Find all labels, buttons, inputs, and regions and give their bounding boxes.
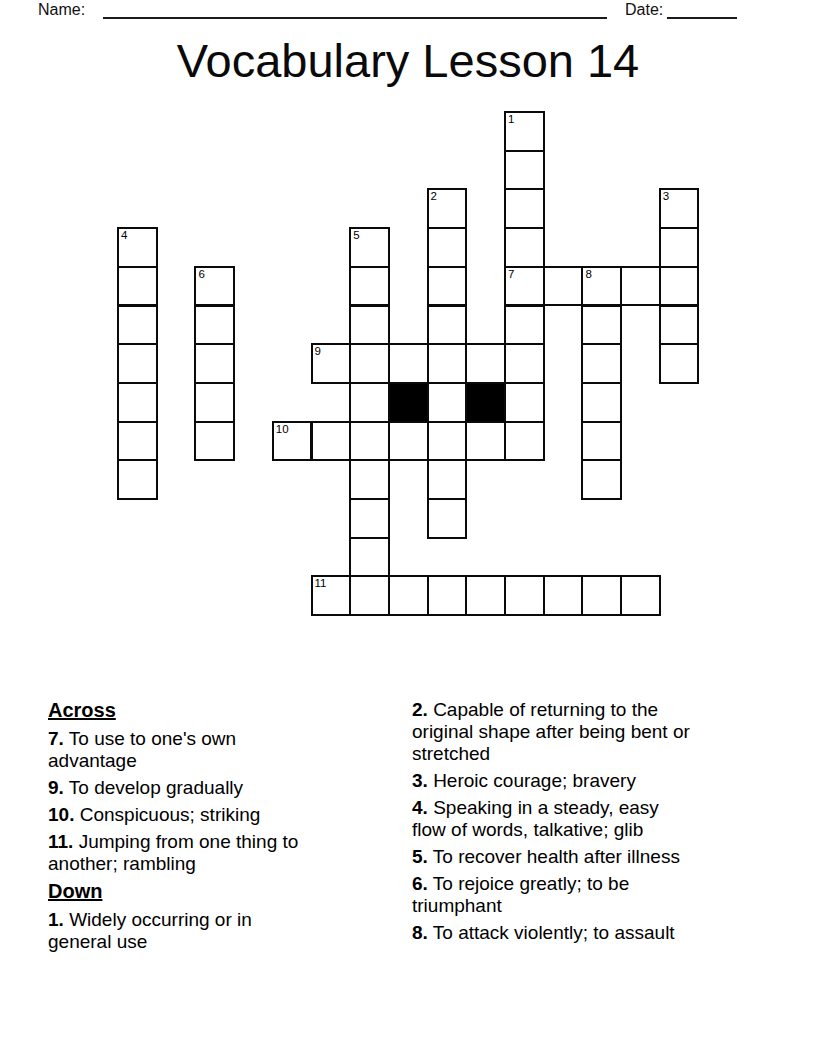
clue-text: Widely occurring or in general use <box>48 909 252 952</box>
cell-r9c0[interactable] <box>117 459 158 500</box>
cell-r6c2[interactable] <box>194 343 235 384</box>
clue-text: Jumping from one thing to another; rambl… <box>48 831 298 874</box>
cell-r6c0[interactable] <box>117 343 158 384</box>
grid-number-5: 5 <box>353 229 359 242</box>
grid-number-11: 11 <box>315 577 327 590</box>
cell-r2c14[interactable]: 3 <box>659 188 700 229</box>
down-clue-list-right: 2. Capable of returning to the original … <box>412 699 772 944</box>
clue-text: Conspicuous; striking <box>80 804 261 825</box>
cell-r12c13[interactable] <box>620 575 661 616</box>
cell-r10c6[interactable] <box>349 498 390 539</box>
cell-r5c10[interactable] <box>504 305 545 346</box>
grid-number-1: 1 <box>508 113 514 126</box>
clue-number: 8. <box>412 922 428 943</box>
clue-across-10: 10. Conspicuous; striking <box>48 804 348 826</box>
grid-number-4: 4 <box>121 229 127 242</box>
clue-down-8: 8. To attack violently; to assault <box>412 922 772 944</box>
cell-r8c9[interactable] <box>465 421 506 462</box>
clue-text: Capable of returning to the original sha… <box>412 699 690 764</box>
cell-r2c8[interactable]: 2 <box>427 188 468 229</box>
cell-r5c8[interactable] <box>427 305 468 346</box>
down-clue-list-left: 1. Widely occurring or in general use <box>48 909 348 953</box>
clue-text: To develop gradually <box>69 777 243 798</box>
cell-r8c5[interactable] <box>311 421 352 462</box>
clue-text: Speaking in a steady, easy flow of words… <box>412 797 659 840</box>
down-heading: Down <box>48 880 348 902</box>
cell-r4c12[interactable]: 8 <box>581 266 622 307</box>
cell-r6c5[interactable]: 9 <box>311 343 352 384</box>
cell-r5c14[interactable] <box>659 305 700 346</box>
cell-r5c0[interactable] <box>117 305 158 346</box>
clue-number: 1. <box>48 909 64 930</box>
cell-r12c8[interactable] <box>427 575 468 616</box>
cell-r4c6[interactable] <box>349 266 390 307</box>
clue-number: 3. <box>412 770 428 791</box>
clue-number: 7. <box>48 728 64 749</box>
clue-number: 4. <box>412 797 428 818</box>
cell-r4c14[interactable] <box>659 266 700 307</box>
date-label: Date: <box>625 1 663 19</box>
clue-number: 9. <box>48 777 64 798</box>
cell-r8c7[interactable] <box>388 421 429 462</box>
cell-r4c10[interactable]: 7 <box>504 266 545 307</box>
cell-r12c5[interactable]: 11 <box>311 575 352 616</box>
cell-r5c2[interactable] <box>194 305 235 346</box>
cell-r4c2[interactable]: 6 <box>194 266 235 307</box>
cell-r12c7[interactable] <box>388 575 429 616</box>
cell-r0c10[interactable]: 1 <box>504 111 545 152</box>
cell-r6c7[interactable] <box>388 343 429 384</box>
cell-r9c12[interactable] <box>581 459 622 500</box>
clue-across-7: 7. To use to one's own advantage <box>48 728 348 772</box>
clues-right-column: 2. Capable of returning to the original … <box>412 699 772 949</box>
cell-r2c10[interactable] <box>504 188 545 229</box>
clue-across-9: 9. To develop gradually <box>48 777 348 799</box>
page-title: Vocabulary Lesson 14 <box>0 33 816 89</box>
cell-r8c12[interactable] <box>581 421 622 462</box>
cell-r10c8[interactable] <box>427 498 468 539</box>
cell-r4c13[interactable] <box>620 266 661 307</box>
black-cell-r7c7 <box>388 382 429 423</box>
cell-r9c6[interactable] <box>349 459 390 500</box>
name-label: Name: <box>38 1 85 19</box>
cell-r5c6[interactable] <box>349 305 390 346</box>
cell-r8c6[interactable] <box>349 421 390 462</box>
cell-r8c2[interactable] <box>194 421 235 462</box>
cell-r8c10[interactable] <box>504 421 545 462</box>
clue-number: 5. <box>412 846 428 867</box>
name-line[interactable] <box>103 17 607 19</box>
cell-r7c12[interactable] <box>581 382 622 423</box>
crossword-grid: 1234567891011 <box>117 111 701 618</box>
cell-r3c8[interactable] <box>427 227 468 268</box>
clues-left-column: Across 7. To use to one's own advantage9… <box>48 699 348 958</box>
cell-r12c10[interactable] <box>504 575 545 616</box>
cell-r6c12[interactable] <box>581 343 622 384</box>
cell-r3c0[interactable]: 4 <box>117 227 158 268</box>
grid-number-3: 3 <box>663 190 669 203</box>
cell-r12c12[interactable] <box>581 575 622 616</box>
cell-r6c10[interactable] <box>504 343 545 384</box>
grid-number-10: 10 <box>276 423 289 436</box>
clue-number: 10. <box>48 804 74 825</box>
cell-r11c6[interactable] <box>349 537 390 578</box>
cell-r7c8[interactable] <box>427 382 468 423</box>
cell-r3c6[interactable]: 5 <box>349 227 390 268</box>
cell-r8c8[interactable] <box>427 421 468 462</box>
cell-r4c0[interactable] <box>117 266 158 307</box>
clue-down-4: 4. Speaking in a steady, easy flow of wo… <box>412 797 772 841</box>
clue-down-3: 3. Heroic courage; bravery <box>412 770 772 792</box>
cell-r4c8[interactable] <box>427 266 468 307</box>
cell-r6c8[interactable] <box>427 343 468 384</box>
cell-r7c0[interactable] <box>117 382 158 423</box>
cell-r12c9[interactable] <box>465 575 506 616</box>
grid-number-7: 7 <box>508 268 514 281</box>
cell-r6c6[interactable] <box>349 343 390 384</box>
across-heading: Across <box>48 699 348 721</box>
crossword-worksheet: { "header": { "name_label": "Name:", "da… <box>0 0 816 1056</box>
grid-number-2: 2 <box>431 190 437 203</box>
cell-r7c2[interactable] <box>194 382 235 423</box>
cell-r7c10[interactable] <box>504 382 545 423</box>
grid-number-8: 8 <box>585 268 591 281</box>
grid-number-6: 6 <box>198 268 204 281</box>
cell-r8c4[interactable]: 10 <box>272 421 313 462</box>
cell-r7c6[interactable] <box>349 382 390 423</box>
clue-text: To use to one's own advantage <box>48 728 236 771</box>
clue-text: To rejoice greatly; to be triumphant <box>412 873 629 916</box>
cell-r12c6[interactable] <box>349 575 390 616</box>
clue-down-5: 5. To recover health after illness <box>412 846 772 868</box>
cell-r1c10[interactable] <box>504 150 545 191</box>
clue-text: To recover health after illness <box>433 846 680 867</box>
cell-r5c12[interactable] <box>581 305 622 346</box>
clue-down-2: 2. Capable of returning to the original … <box>412 699 772 765</box>
across-clue-list: 7. To use to one's own advantage9. To de… <box>48 728 348 875</box>
cell-r4c11[interactable] <box>543 266 584 307</box>
clue-text: To attack violently; to assault <box>433 922 675 943</box>
date-line[interactable] <box>667 17 737 19</box>
cell-r8c0[interactable] <box>117 421 158 462</box>
cell-r3c10[interactable] <box>504 227 545 268</box>
cell-r9c8[interactable] <box>427 459 468 500</box>
black-cell-r7c9 <box>465 382 506 423</box>
clue-text: Heroic courage; bravery <box>433 770 636 791</box>
cell-r6c14[interactable] <box>659 343 700 384</box>
cell-r12c11[interactable] <box>543 575 584 616</box>
clue-number: 6. <box>412 873 428 894</box>
clue-down-1: 1. Widely occurring or in general use <box>48 909 348 953</box>
cell-r3c14[interactable] <box>659 227 700 268</box>
clue-down-6: 6. To rejoice greatly; to be triumphant <box>412 873 772 917</box>
clue-number: 11. <box>48 831 73 852</box>
clue-across-11: 11. Jumping from one thing to another; r… <box>48 831 348 875</box>
grid-number-9: 9 <box>315 345 321 358</box>
clue-number: 2. <box>412 699 428 720</box>
cell-r6c9[interactable] <box>465 343 506 384</box>
